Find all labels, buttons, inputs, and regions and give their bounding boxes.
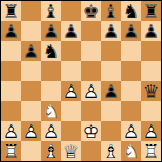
square-a3[interactable] bbox=[1, 101, 21, 121]
square-e4[interactable]: ♟♙ bbox=[81, 81, 101, 101]
square-c3[interactable]: ♞♘ bbox=[41, 101, 61, 121]
black-king-piece[interactable]: ♚♔ bbox=[81, 1, 101, 21]
square-e2[interactable]: ♚♔ bbox=[81, 121, 101, 141]
white-pawn-piece[interactable]: ♟♙ bbox=[121, 121, 141, 141]
square-f1[interactable]: ♝♗ bbox=[101, 141, 121, 161]
square-e5[interactable] bbox=[81, 61, 101, 81]
square-a2[interactable]: ♟♙ bbox=[1, 121, 21, 141]
square-h7[interactable]: ♟♙ bbox=[141, 21, 161, 41]
white-pawn-piece[interactable]: ♟♙ bbox=[1, 121, 21, 141]
chess-board: ♜♖♝♗♚♔♝♗♞♘♜♖♟♙♟♙♟♙♟♙♟♙♟♙♟♙♞♘♟♙♟♙♟♙♛♕♞♘♟♙… bbox=[0, 0, 162, 162]
piece-glyph-detail: ♘ bbox=[41, 41, 61, 61]
square-h6[interactable] bbox=[141, 41, 161, 61]
piece-glyph-detail: ♙ bbox=[61, 81, 81, 101]
black-pawn-piece[interactable]: ♟♙ bbox=[101, 81, 121, 101]
square-d3[interactable] bbox=[61, 101, 81, 121]
square-f6[interactable] bbox=[101, 41, 121, 61]
black-pawn-piece[interactable]: ♟♙ bbox=[1, 21, 21, 41]
white-pawn-piece[interactable]: ♟♙ bbox=[61, 81, 81, 101]
piece-glyph-detail: ♙ bbox=[61, 21, 81, 41]
black-rook-piece[interactable]: ♜♖ bbox=[141, 1, 161, 21]
black-pawn-piece[interactable]: ♟♙ bbox=[41, 21, 61, 41]
square-c1[interactable]: ♝♗ bbox=[41, 141, 61, 161]
square-b3[interactable] bbox=[21, 101, 41, 121]
square-g5[interactable] bbox=[121, 61, 141, 81]
square-e6[interactable] bbox=[81, 41, 101, 61]
white-pawn-piece[interactable]: ♟♙ bbox=[41, 121, 61, 141]
square-g2[interactable]: ♟♙ bbox=[121, 121, 141, 141]
piece-glyph-detail: ♔ bbox=[81, 1, 101, 21]
square-h4[interactable]: ♛♕ bbox=[141, 81, 161, 101]
square-a7[interactable]: ♟♙ bbox=[1, 21, 21, 41]
square-f7[interactable]: ♟♙ bbox=[101, 21, 121, 41]
piece-glyph-detail: ♗ bbox=[101, 1, 121, 21]
black-knight-piece[interactable]: ♞♘ bbox=[41, 41, 61, 61]
piece-glyph-detail: ♖ bbox=[1, 141, 21, 161]
square-h2[interactable]: ♟♙ bbox=[141, 121, 161, 141]
piece-glyph-detail: ♘ bbox=[41, 101, 61, 121]
piece-glyph-detail: ♙ bbox=[41, 121, 61, 141]
square-d4[interactable]: ♟♙ bbox=[61, 81, 81, 101]
square-b8[interactable] bbox=[21, 1, 41, 21]
square-c6[interactable]: ♞♘ bbox=[41, 41, 61, 61]
square-a6[interactable] bbox=[1, 41, 21, 61]
square-f4[interactable]: ♟♙ bbox=[101, 81, 121, 101]
piece-glyph-detail: ♙ bbox=[41, 21, 61, 41]
square-h1[interactable]: ♜♖ bbox=[141, 141, 161, 161]
square-d6[interactable] bbox=[61, 41, 81, 61]
square-h3[interactable] bbox=[141, 101, 161, 121]
black-pawn-piece[interactable]: ♟♙ bbox=[141, 21, 161, 41]
piece-glyph-detail: ♗ bbox=[41, 141, 61, 161]
piece-glyph-detail: ♙ bbox=[141, 121, 161, 141]
piece-glyph-detail: ♕ bbox=[61, 141, 81, 161]
white-bishop-piece[interactable]: ♝♗ bbox=[101, 141, 121, 161]
piece-glyph-detail: ♙ bbox=[21, 121, 41, 141]
square-g6[interactable] bbox=[121, 41, 141, 61]
piece-glyph-detail: ♙ bbox=[1, 21, 21, 41]
piece-glyph-detail: ♕ bbox=[141, 81, 161, 101]
piece-glyph-detail: ♖ bbox=[141, 1, 161, 21]
square-a5[interactable] bbox=[1, 61, 21, 81]
white-knight-piece[interactable]: ♞♘ bbox=[121, 141, 141, 161]
square-h8[interactable]: ♜♖ bbox=[141, 1, 161, 21]
square-c2[interactable]: ♟♙ bbox=[41, 121, 61, 141]
piece-glyph-detail: ♗ bbox=[101, 141, 121, 161]
square-c7[interactable]: ♟♙ bbox=[41, 21, 61, 41]
white-rook-piece[interactable]: ♜♖ bbox=[141, 141, 161, 161]
white-rook-piece[interactable]: ♜♖ bbox=[1, 141, 21, 161]
square-h5[interactable] bbox=[141, 61, 161, 81]
square-c8[interactable]: ♝♗ bbox=[41, 1, 61, 21]
square-b4[interactable] bbox=[21, 81, 41, 101]
square-b5[interactable] bbox=[21, 61, 41, 81]
piece-glyph-detail: ♙ bbox=[101, 81, 121, 101]
black-pawn-piece[interactable]: ♟♙ bbox=[101, 21, 121, 41]
piece-glyph-detail: ♙ bbox=[121, 21, 141, 41]
square-g4[interactable] bbox=[121, 81, 141, 101]
piece-glyph-detail: ♖ bbox=[141, 141, 161, 161]
square-d8[interactable] bbox=[61, 1, 81, 21]
piece-glyph-detail: ♘ bbox=[121, 1, 141, 21]
square-a8[interactable]: ♜♖ bbox=[1, 1, 21, 21]
square-d5[interactable] bbox=[61, 61, 81, 81]
square-g1[interactable]: ♞♘ bbox=[121, 141, 141, 161]
white-pawn-piece[interactable]: ♟♙ bbox=[21, 121, 41, 141]
square-c4[interactable] bbox=[41, 81, 61, 101]
square-b6[interactable]: ♟♙ bbox=[21, 41, 41, 61]
white-bishop-piece[interactable]: ♝♗ bbox=[41, 141, 61, 161]
square-b7[interactable] bbox=[21, 21, 41, 41]
piece-glyph-detail: ♙ bbox=[121, 121, 141, 141]
black-pawn-piece[interactable]: ♟♙ bbox=[121, 21, 141, 41]
square-e3[interactable] bbox=[81, 101, 101, 121]
black-pawn-piece[interactable]: ♟♙ bbox=[61, 21, 81, 41]
black-pawn-piece[interactable]: ♟♙ bbox=[21, 41, 41, 61]
piece-glyph-detail: ♙ bbox=[1, 121, 21, 141]
square-f8[interactable]: ♝♗ bbox=[101, 1, 121, 21]
square-d7[interactable]: ♟♙ bbox=[61, 21, 81, 41]
white-queen-piece[interactable]: ♛♕ bbox=[61, 141, 81, 161]
black-rook-piece[interactable]: ♜♖ bbox=[1, 1, 21, 21]
square-g3[interactable] bbox=[121, 101, 141, 121]
black-bishop-piece[interactable]: ♝♗ bbox=[101, 1, 121, 21]
piece-glyph-detail: ♙ bbox=[141, 21, 161, 41]
square-a4[interactable] bbox=[1, 81, 21, 101]
white-pawn-piece[interactable]: ♟♙ bbox=[81, 81, 101, 101]
square-f2[interactable] bbox=[101, 121, 121, 141]
square-f3[interactable] bbox=[101, 101, 121, 121]
square-d1[interactable]: ♛♕ bbox=[61, 141, 81, 161]
square-b1[interactable] bbox=[21, 141, 41, 161]
piece-glyph-detail: ♗ bbox=[41, 1, 61, 21]
black-bishop-piece[interactable]: ♝♗ bbox=[41, 1, 61, 21]
piece-glyph-detail: ♙ bbox=[101, 21, 121, 41]
square-e1[interactable] bbox=[81, 141, 101, 161]
piece-glyph-detail: ♔ bbox=[81, 121, 101, 141]
piece-glyph-detail: ♘ bbox=[121, 141, 141, 161]
piece-glyph-detail: ♙ bbox=[81, 81, 101, 101]
square-c5[interactable] bbox=[41, 61, 61, 81]
square-a1[interactable]: ♜♖ bbox=[1, 141, 21, 161]
white-king-piece[interactable]: ♚♔ bbox=[81, 121, 101, 141]
piece-glyph-detail: ♙ bbox=[21, 41, 41, 61]
square-g8[interactable]: ♞♘ bbox=[121, 1, 141, 21]
white-knight-piece[interactable]: ♞♘ bbox=[41, 101, 61, 121]
piece-glyph-detail: ♖ bbox=[1, 1, 21, 21]
square-e8[interactable]: ♚♔ bbox=[81, 1, 101, 21]
square-e7[interactable] bbox=[81, 21, 101, 41]
square-f5[interactable] bbox=[101, 61, 121, 81]
white-pawn-piece[interactable]: ♟♙ bbox=[141, 121, 161, 141]
black-knight-piece[interactable]: ♞♘ bbox=[121, 1, 141, 21]
square-g7[interactable]: ♟♙ bbox=[121, 21, 141, 41]
black-queen-piece[interactable]: ♛♕ bbox=[141, 81, 161, 101]
square-d2[interactable] bbox=[61, 121, 81, 141]
square-b2[interactable]: ♟♙ bbox=[21, 121, 41, 141]
